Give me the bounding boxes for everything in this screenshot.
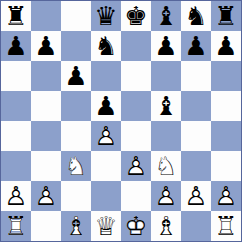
square-h2[interactable]: ♟♙ [211, 181, 241, 211]
square-d3[interactable] [91, 151, 121, 181]
white-pawn-outline-glyph: ♙ [121, 151, 151, 181]
white-knight[interactable]: ♞♘ [61, 151, 91, 181]
square-a8[interactable]: ♜ [1, 1, 31, 31]
square-f2[interactable]: ♟♙ [151, 181, 181, 211]
square-c2[interactable] [61, 181, 91, 211]
black-knight[interactable]: ♞ [91, 31, 121, 61]
white-king-outline-glyph: ♔ [121, 211, 151, 241]
black-queen[interactable]: ♛ [91, 1, 121, 31]
square-c4[interactable] [61, 121, 91, 151]
square-b5[interactable] [31, 91, 61, 121]
square-b7[interactable]: ♟ [31, 31, 61, 61]
square-a6[interactable] [1, 61, 31, 91]
white-pawn-outline-glyph: ♙ [91, 121, 121, 151]
white-pawn[interactable]: ♟♙ [181, 181, 211, 211]
square-a5[interactable] [1, 91, 31, 121]
square-d2[interactable] [91, 181, 121, 211]
square-c1[interactable]: ♝♗ [61, 211, 91, 241]
black-rook[interactable]: ♜ [1, 1, 31, 31]
square-h7[interactable]: ♟ [211, 31, 241, 61]
white-pawn[interactable]: ♟♙ [91, 121, 121, 151]
white-bishop-outline-glyph: ♗ [61, 211, 91, 241]
black-pawn[interactable]: ♟ [181, 31, 211, 61]
square-g4[interactable] [181, 121, 211, 151]
white-queen-outline-glyph: ♕ [91, 211, 121, 241]
square-a4[interactable] [1, 121, 31, 151]
square-b4[interactable] [31, 121, 61, 151]
square-g8[interactable]: ♞ [181, 1, 211, 31]
black-pawn[interactable]: ♟ [211, 31, 241, 61]
white-pawn[interactable]: ♟♙ [1, 181, 31, 211]
white-pawn[interactable]: ♟♙ [151, 181, 181, 211]
black-pawn[interactable]: ♟ [151, 31, 181, 61]
square-h4[interactable] [211, 121, 241, 151]
white-bishop-outline-glyph: ♗ [151, 211, 181, 241]
square-e6[interactable] [121, 61, 151, 91]
square-f6[interactable] [151, 61, 181, 91]
square-b3[interactable] [31, 151, 61, 181]
square-d1[interactable]: ♛♕ [91, 211, 121, 241]
square-g5[interactable] [181, 91, 211, 121]
square-f4[interactable] [151, 121, 181, 151]
square-h6[interactable] [211, 61, 241, 91]
white-pawn[interactable]: ♟♙ [121, 151, 151, 181]
black-pawn[interactable]: ♟ [61, 61, 91, 91]
square-h3[interactable] [211, 151, 241, 181]
square-d4[interactable]: ♟♙ [91, 121, 121, 151]
square-f5[interactable]: ♝ [151, 91, 181, 121]
square-f8[interactable]: ♝ [151, 1, 181, 31]
square-g1[interactable] [181, 211, 211, 241]
square-d5[interactable]: ♟ [91, 91, 121, 121]
square-h5[interactable] [211, 91, 241, 121]
white-king[interactable]: ♚♔ [121, 211, 151, 241]
square-a2[interactable]: ♟♙ [1, 181, 31, 211]
square-e5[interactable] [121, 91, 151, 121]
white-knight-outline-glyph: ♘ [151, 151, 181, 181]
square-a1[interactable]: ♜♖ [1, 211, 31, 241]
square-f7[interactable]: ♟ [151, 31, 181, 61]
square-e2[interactable] [121, 181, 151, 211]
square-g7[interactable]: ♟ [181, 31, 211, 61]
square-e8[interactable]: ♚ [121, 1, 151, 31]
white-pawn-outline-glyph: ♙ [181, 181, 211, 211]
white-pawn[interactable]: ♟♙ [31, 181, 61, 211]
square-c6[interactable]: ♟ [61, 61, 91, 91]
white-rook[interactable]: ♜♖ [1, 211, 31, 241]
square-d8[interactable]: ♛ [91, 1, 121, 31]
black-knight[interactable]: ♞ [181, 1, 211, 31]
white-pawn-outline-glyph: ♙ [211, 181, 241, 211]
square-c7[interactable] [61, 31, 91, 61]
white-bishop[interactable]: ♝♗ [61, 211, 91, 241]
square-f1[interactable]: ♝♗ [151, 211, 181, 241]
square-a3[interactable] [1, 151, 31, 181]
square-b6[interactable] [31, 61, 61, 91]
white-queen[interactable]: ♛♕ [91, 211, 121, 241]
square-g3[interactable] [181, 151, 211, 181]
square-c5[interactable] [61, 91, 91, 121]
square-e4[interactable] [121, 121, 151, 151]
square-g6[interactable] [181, 61, 211, 91]
square-a7[interactable]: ♟ [1, 31, 31, 61]
square-b2[interactable]: ♟♙ [31, 181, 61, 211]
black-pawn[interactable]: ♟ [31, 31, 61, 61]
square-h8[interactable]: ♜ [211, 1, 241, 31]
square-g2[interactable]: ♟♙ [181, 181, 211, 211]
white-bishop[interactable]: ♝♗ [151, 211, 181, 241]
square-c3[interactable]: ♞♘ [61, 151, 91, 181]
square-f3[interactable]: ♞♘ [151, 151, 181, 181]
black-pawn[interactable]: ♟ [1, 31, 31, 61]
black-bishop[interactable]: ♝ [151, 91, 181, 121]
white-knight-outline-glyph: ♘ [61, 151, 91, 181]
white-rook-outline-glyph: ♖ [211, 211, 241, 241]
square-b1[interactable] [31, 211, 61, 241]
square-e1[interactable]: ♚♔ [121, 211, 151, 241]
black-bishop[interactable]: ♝ [151, 1, 181, 31]
white-rook-outline-glyph: ♖ [1, 211, 31, 241]
square-h1[interactable]: ♜♖ [211, 211, 241, 241]
white-pawn-outline-glyph: ♙ [31, 181, 61, 211]
chess-board: ♜♛♚♝♞♜♟♟♞♟♟♟♟♟♝♟♙♞♘♟♙♞♘♟♙♟♙♟♙♟♙♟♙♜♖♝♗♛♕♚… [0, 0, 242, 242]
square-d7[interactable]: ♞ [91, 31, 121, 61]
white-pawn-outline-glyph: ♙ [151, 181, 181, 211]
square-e7[interactable] [121, 31, 151, 61]
white-pawn[interactable]: ♟♙ [211, 181, 241, 211]
square-e3[interactable]: ♟♙ [121, 151, 151, 181]
white-pawn-outline-glyph: ♙ [1, 181, 31, 211]
white-rook[interactable]: ♜♖ [211, 211, 241, 241]
square-d6[interactable] [91, 61, 121, 91]
black-king[interactable]: ♚ [121, 1, 151, 31]
black-pawn[interactable]: ♟ [91, 91, 121, 121]
black-rook[interactable]: ♜ [211, 1, 241, 31]
square-b8[interactable] [31, 1, 61, 31]
white-knight[interactable]: ♞♘ [151, 151, 181, 181]
square-c8[interactable] [61, 1, 91, 31]
